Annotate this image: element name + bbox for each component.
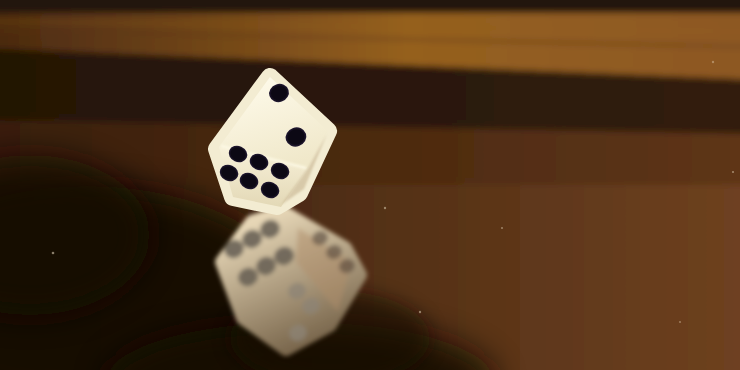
dust-speck [52, 252, 55, 255]
dust-speck [384, 207, 386, 209]
dust-speck [679, 321, 681, 323]
dust-speck [419, 311, 421, 313]
dust-speck [732, 171, 734, 173]
dice-photo-scene [0, 0, 740, 370]
dust-speck [501, 227, 503, 229]
dice-photo [0, 0, 740, 370]
dust-speck [712, 61, 714, 63]
